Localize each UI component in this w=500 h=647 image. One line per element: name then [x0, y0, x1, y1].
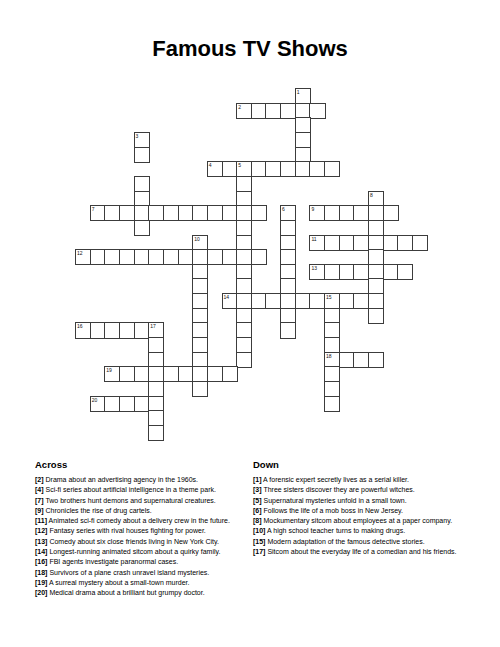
cell-number: 6 — [282, 206, 285, 212]
clue-number: [11] — [35, 517, 47, 524]
clue-number: [14] — [35, 548, 47, 555]
across-clues-column: Across [2] Drama about an advertising ag… — [35, 459, 249, 599]
cell-number: 5 — [238, 162, 241, 168]
across-clue-list: [2] Drama about an advertising agency in… — [35, 475, 249, 599]
clue-number: [2] — [35, 476, 44, 483]
clue-number: [8] — [253, 517, 262, 524]
clue-number: [16] — [35, 558, 47, 565]
clue-across-9: [9] Chronicles the rise of drug cartels. — [35, 506, 249, 516]
clue-number: [1] — [253, 476, 262, 483]
clue-across-20: [20] Medical drama about a brilliant but… — [35, 588, 249, 598]
clue-number: [5] — [253, 497, 262, 504]
grid-cell-r11c12[interactable] — [251, 249, 267, 265]
puzzle-title: Famous TV Shows — [0, 36, 500, 62]
clue-across-14: [14] Longest-running animated sitcom abo… — [35, 547, 249, 557]
cell-number: 3 — [136, 133, 139, 139]
grid-cell-r10c23[interactable] — [412, 235, 428, 251]
crossword-page: Famous TV Shows 123458769101112131415161… — [0, 0, 500, 647]
grid-cell-r9c4[interactable] — [134, 220, 150, 236]
cell-number: 1 — [297, 89, 300, 95]
clue-number: [9] — [35, 507, 44, 514]
clue-across-11: [11] Animated sci-fi comedy about a deli… — [35, 516, 249, 526]
clue-across-13: [13] Comedy about six close friends livi… — [35, 537, 249, 547]
clue-down-17: [17] Sitcom about the everyday life of a… — [253, 547, 467, 557]
clue-number: [10] — [253, 527, 265, 534]
clue-across-12: [12] Fantasy series with rival houses fi… — [35, 526, 249, 536]
clue-number: [12] — [35, 527, 47, 534]
grid-cell-r15c20[interactable] — [368, 308, 384, 324]
cell-number: 15 — [326, 294, 332, 300]
clue-down-1: [1] A forensic expert secretly lives as … — [253, 475, 467, 485]
across-heading: Across — [35, 459, 249, 470]
clue-across-2: [2] Drama about an advertising agency in… — [35, 475, 249, 485]
grid-cell-r16c14[interactable] — [280, 322, 296, 338]
cell-number: 11 — [311, 236, 316, 242]
clue-number: [19] — [35, 579, 47, 586]
clue-down-8: [8] Mockumentary sitcom about employees … — [253, 516, 467, 526]
clue-number: [6] — [253, 507, 262, 514]
clue-across-19: [19] A surreal mystery about a small-tow… — [35, 578, 249, 588]
cell-number: 12 — [77, 250, 83, 256]
cell-number: 8 — [370, 192, 373, 198]
grid-cell-r1c16[interactable] — [309, 103, 325, 119]
grid-cell-r18c20[interactable] — [368, 352, 384, 368]
grid-cell-r5c17[interactable] — [324, 161, 340, 177]
clue-number: [3] — [253, 486, 262, 493]
cell-number: 7 — [92, 206, 95, 212]
down-clues-column: Down [1] A forensic expert secretly live… — [253, 459, 467, 557]
clue-number: [18] — [35, 569, 47, 576]
grid-cell-r12c22[interactable] — [397, 264, 413, 280]
clue-number: [20] — [35, 589, 47, 596]
cell-number: 14 — [224, 294, 230, 300]
clue-down-5: [5] Supernatural mysteries unfold in a s… — [253, 496, 467, 506]
cell-number: 18 — [326, 353, 332, 359]
grid-cell-r21c17[interactable] — [324, 396, 340, 412]
cell-number: 17 — [150, 323, 156, 329]
grid-cell-r8c21[interactable] — [383, 205, 399, 221]
clue-down-3: [3] Three sisters discover they are powe… — [253, 485, 467, 495]
cell-number: 9 — [311, 206, 314, 212]
cell-number: 2 — [238, 104, 241, 110]
clue-number: [17] — [253, 548, 265, 555]
clue-number: [4] — [35, 486, 44, 493]
cell-number: 16 — [77, 323, 83, 329]
cell-number: 4 — [209, 162, 212, 168]
grid-cell-r23c5[interactable] — [148, 425, 164, 441]
down-heading: Down — [253, 459, 467, 470]
clue-down-10: [10] A high school teacher turns to maki… — [253, 526, 467, 536]
grid-cell-r4c4[interactable] — [134, 147, 150, 163]
crossword-grid: 1234587691011121314151617181920 — [75, 88, 428, 441]
grid-cell-r18c11[interactable] — [236, 352, 252, 368]
clue-across-4: [4] Sci-fi series about artificial intel… — [35, 485, 249, 495]
clue-across-18: [18] Survivors of a plane crash unravel … — [35, 568, 249, 578]
clue-number: [15] — [253, 538, 265, 545]
clue-across-16: [16] FBI agents investigate paranormal c… — [35, 557, 249, 567]
clue-number: [13] — [35, 538, 47, 545]
clue-across-7: [7] Two brothers hunt demons and superna… — [35, 496, 249, 506]
cell-number: 19 — [106, 367, 112, 373]
cell-number: 10 — [194, 236, 200, 242]
grid-cell-r19c10[interactable] — [222, 366, 238, 382]
clue-down-6: [6] Follows the life of a mob boss in Ne… — [253, 506, 467, 516]
cell-number: 20 — [92, 397, 98, 403]
grid-cell-r20c8[interactable] — [192, 381, 208, 397]
down-clue-list: [1] A forensic expert secretly lives as … — [253, 475, 467, 557]
clue-number: [7] — [35, 497, 44, 504]
clue-down-15: [15] Modern adaptation of the famous det… — [253, 537, 467, 547]
cell-number: 13 — [311, 265, 317, 271]
grid-cell-r8c12[interactable] — [251, 205, 267, 221]
